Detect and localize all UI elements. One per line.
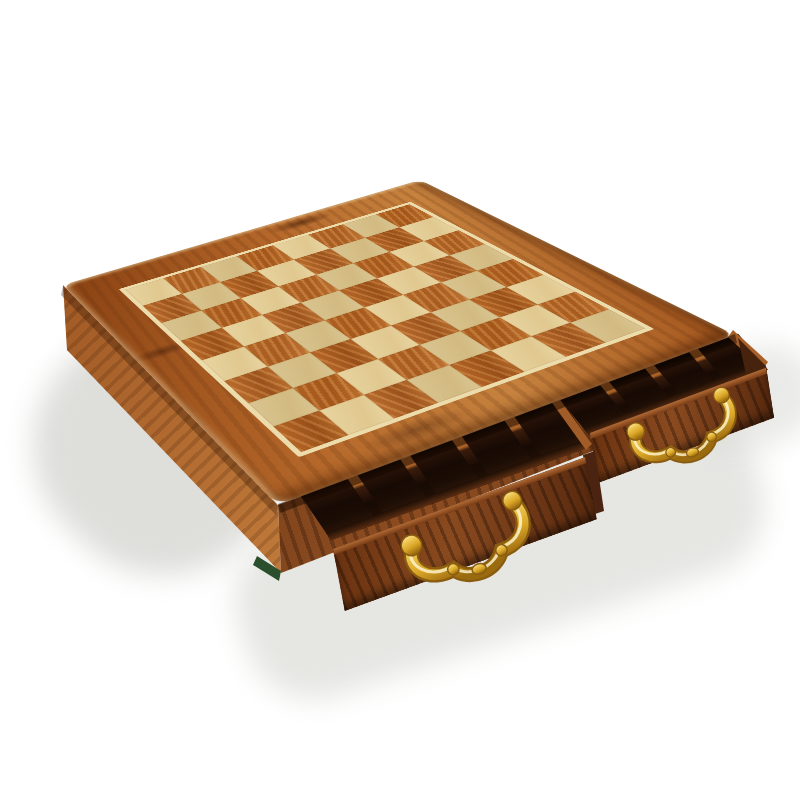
chess-box-photo [0,0,800,800]
